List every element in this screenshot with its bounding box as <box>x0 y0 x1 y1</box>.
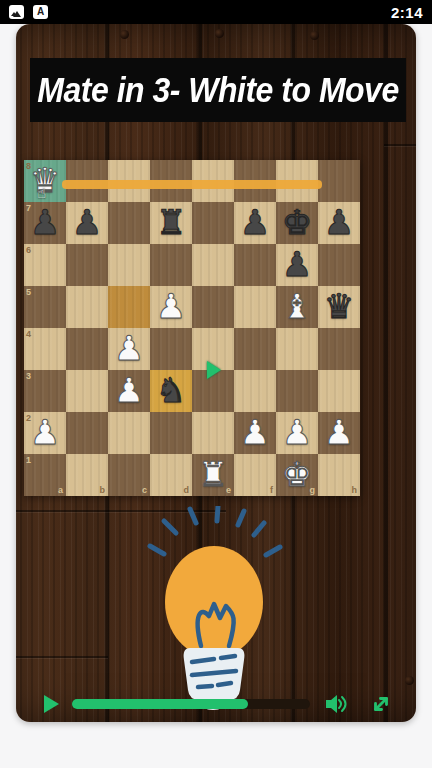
square-c5[interactable] <box>108 286 150 328</box>
player-controls <box>16 684 416 722</box>
square-g4[interactable] <box>276 328 318 370</box>
square-h4[interactable] <box>318 328 360 370</box>
nail-decoration <box>215 29 224 38</box>
file-label-b: b <box>100 485 106 495</box>
title-banner: Mate in 3- White to Move <box>30 58 406 122</box>
square-d2[interactable] <box>150 412 192 454</box>
square-e5[interactable] <box>192 286 234 328</box>
image-notification-icon <box>9 5 24 19</box>
file-label-h: h <box>352 485 358 495</box>
square-h1[interactable]: h <box>318 454 360 496</box>
square-f7[interactable]: ♟ <box>234 202 276 244</box>
chess-board[interactable]: 8♛7♟♟♜♟♚♟6♟5♟♝♛4♟3♟♞2♟♟♟♟1abcde♜fg♚h <box>24 160 360 496</box>
square-a1[interactable]: 1a <box>24 454 66 496</box>
piece-bQ-h5: ♛ <box>318 286 360 328</box>
square-g1[interactable]: g♚ <box>276 454 318 496</box>
square-h6[interactable] <box>318 244 360 286</box>
piece-wK-g1: ♚ <box>276 454 318 496</box>
rank-label-5: 5 <box>26 287 31 297</box>
square-f8[interactable] <box>234 160 276 202</box>
square-c8[interactable] <box>108 160 150 202</box>
puzzle-title: Mate in 3- White to Move <box>37 70 398 110</box>
file-label-d: d <box>184 485 190 495</box>
square-a8[interactable]: 8♛ <box>24 160 66 202</box>
piece-wP-d5: ♟ <box>150 286 192 328</box>
square-b4[interactable] <box>66 328 108 370</box>
square-f4[interactable] <box>234 328 276 370</box>
piece-bN-d3: ♞ <box>150 370 192 412</box>
progress-track[interactable] <box>72 699 310 709</box>
square-f2[interactable]: ♟ <box>234 412 276 454</box>
square-a4[interactable]: 4 <box>24 328 66 370</box>
piece-wP-c3: ♟ <box>108 370 150 412</box>
square-c2[interactable] <box>108 412 150 454</box>
rank-label-1: 1 <box>26 455 31 465</box>
file-label-c: c <box>142 485 147 495</box>
square-g8[interactable] <box>276 160 318 202</box>
piece-wP-f2: ♟ <box>234 412 276 454</box>
square-c4[interactable]: ♟ <box>108 328 150 370</box>
piece-wP-g2: ♟ <box>276 412 318 454</box>
piece-wR-e1: ♜ <box>192 454 234 496</box>
square-c7[interactable] <box>108 202 150 244</box>
square-c6[interactable] <box>108 244 150 286</box>
status-clock: 2:14 <box>391 4 423 21</box>
square-a5[interactable]: 5 <box>24 286 66 328</box>
square-a3[interactable]: 3 <box>24 370 66 412</box>
square-f6[interactable] <box>234 244 276 286</box>
square-g3[interactable] <box>276 370 318 412</box>
piece-bP-a7: ♟ <box>24 202 66 244</box>
square-d5[interactable]: ♟ <box>150 286 192 328</box>
square-d3[interactable]: ♞ <box>150 370 192 412</box>
square-b5[interactable] <box>66 286 108 328</box>
square-b3[interactable] <box>66 370 108 412</box>
square-h7[interactable]: ♟ <box>318 202 360 244</box>
piece-wP-c4: ♟ <box>108 328 150 370</box>
puzzle-video-card[interactable]: Mate in 3- White to Move 8♛7♟♟♜♟♚♟6♟5♟♝♛… <box>16 24 416 722</box>
square-a7[interactable]: 7♟ <box>24 202 66 244</box>
square-b2[interactable] <box>66 412 108 454</box>
square-d7[interactable]: ♜ <box>150 202 192 244</box>
square-f3[interactable] <box>234 370 276 412</box>
volume-icon[interactable] <box>326 694 348 714</box>
square-h5[interactable]: ♛ <box>318 286 360 328</box>
square-f1[interactable]: f <box>234 454 276 496</box>
piece-wB-g5: ♝ <box>276 286 318 328</box>
piece-bK-g7: ♚ <box>276 202 318 244</box>
square-e3[interactable] <box>192 370 234 412</box>
square-e7[interactable] <box>192 202 234 244</box>
square-g2[interactable]: ♟ <box>276 412 318 454</box>
square-g5[interactable]: ♝ <box>276 286 318 328</box>
square-e8[interactable] <box>192 160 234 202</box>
square-a6[interactable]: 6 <box>24 244 66 286</box>
piece-bP-f7: ♟ <box>234 202 276 244</box>
piece-bR-d7: ♜ <box>150 202 192 244</box>
square-c1[interactable]: c <box>108 454 150 496</box>
square-e4[interactable] <box>192 328 234 370</box>
square-d8[interactable] <box>150 160 192 202</box>
square-f5[interactable] <box>234 286 276 328</box>
square-e1[interactable]: e♜ <box>192 454 234 496</box>
status-bar: A 2:14 <box>0 0 432 24</box>
square-b6[interactable] <box>66 244 108 286</box>
letter-a-notification-icon: A <box>33 5 48 19</box>
play-button[interactable] <box>44 695 59 713</box>
piece-bP-g6: ♟ <box>276 244 318 286</box>
rank-label-4: 4 <box>26 329 31 339</box>
rank-label-6: 6 <box>26 245 31 255</box>
piece-wP-h2: ♟ <box>318 412 360 454</box>
square-b1[interactable]: b <box>66 454 108 496</box>
square-h2[interactable]: ♟ <box>318 412 360 454</box>
square-a2[interactable]: 2♟ <box>24 412 66 454</box>
progress-fill <box>72 699 248 709</box>
square-d1[interactable]: d <box>150 454 192 496</box>
plank-seam <box>384 144 416 146</box>
square-g6[interactable]: ♟ <box>276 244 318 286</box>
square-h8[interactable] <box>318 160 360 202</box>
nail-decoration <box>120 30 129 39</box>
square-h3[interactable] <box>318 370 360 412</box>
piece-wP-a2: ♟ <box>24 412 66 454</box>
plank-seam <box>16 656 108 658</box>
square-e2[interactable] <box>192 412 234 454</box>
nail-decoration <box>310 31 319 40</box>
file-label-a: a <box>58 485 63 495</box>
piece-bP-h7: ♟ <box>318 202 360 244</box>
square-c3[interactable]: ♟ <box>108 370 150 412</box>
square-b7[interactable]: ♟ <box>66 202 108 244</box>
square-g7[interactable]: ♚ <box>276 202 318 244</box>
file-label-f: f <box>270 485 273 495</box>
fullscreen-expand-icon[interactable] <box>370 693 392 715</box>
piece-wQ-a8: ♛ <box>24 160 66 202</box>
square-d6[interactable] <box>150 244 192 286</box>
piece-bP-b7: ♟ <box>66 202 108 244</box>
square-b8[interactable] <box>66 160 108 202</box>
square-d4[interactable] <box>150 328 192 370</box>
rank-label-3: 3 <box>26 371 31 381</box>
square-e6[interactable] <box>192 244 234 286</box>
